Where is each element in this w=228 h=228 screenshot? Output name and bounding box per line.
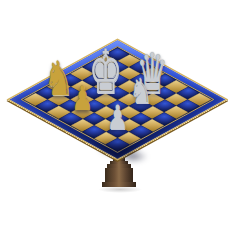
silver-king[interactable]: ♚ [89, 42, 123, 103]
silver-pawn[interactable]: ♟ [107, 101, 129, 135]
leg-step [105, 168, 133, 182]
leg-shadow [98, 186, 142, 193]
silver-knight[interactable]: ♞ [129, 74, 152, 109]
gold-pawn[interactable]: ♟ [71, 82, 93, 116]
piece-reflection [118, 150, 148, 163]
gold-knight[interactable]: ♞ [43, 55, 73, 103]
board-grid: ♛♞♚♞♟♟ [23, 48, 211, 151]
product-photo-canvas: ♛♞♚♞♟♟ [0, 0, 228, 228]
playing-area-frame: ♛♞♚♞♟♟ [21, 46, 215, 153]
